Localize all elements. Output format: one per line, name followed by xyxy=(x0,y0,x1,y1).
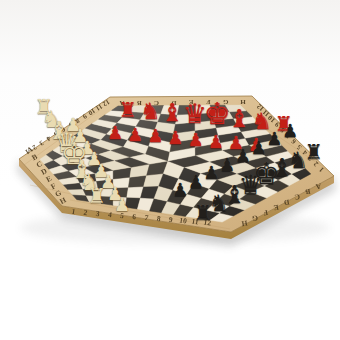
chess-board-photo: ABCDEFGH123456789101112HGFEDCBA123456789… xyxy=(0,0,340,340)
coordinate-label: H xyxy=(240,98,246,106)
coordinate-label: C xyxy=(154,99,159,107)
chess-board: ABCDEFGH123456789101112HGFEDCBA123456789… xyxy=(0,0,340,340)
coordinate-label: G xyxy=(222,98,228,106)
coordinate-label: D xyxy=(171,99,176,107)
coordinate-label: F xyxy=(206,98,210,106)
coordinate-label: A xyxy=(119,99,124,107)
coordinate-label: E xyxy=(188,98,193,106)
coordinate-label: B xyxy=(137,99,142,107)
